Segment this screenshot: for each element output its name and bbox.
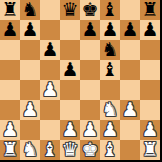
piece-white-knight[interactable]: ♞ — [101, 100, 118, 119]
piece-black-knight[interactable]: ♞ — [21, 0, 38, 19]
piece-white-pawn[interactable]: ♟ — [121, 100, 138, 119]
square-g5[interactable] — [120, 60, 140, 80]
piece-black-knight[interactable]: ♞ — [101, 40, 118, 59]
square-g4[interactable] — [120, 80, 140, 100]
piece-white-pawn[interactable]: ♟ — [81, 120, 98, 139]
square-b8[interactable]: ♞ — [20, 0, 40, 20]
chess-board-frame: ♜♞♛♚♝♜♟♟♟♟♟♟♟♞♟♝♟♟♞♟♟♟♟♟♟♜♞♝♛♚♝♜ — [0, 0, 162, 162]
square-c6[interactable]: ♟ — [40, 40, 60, 60]
piece-white-pawn[interactable]: ♟ — [101, 120, 118, 139]
square-b2[interactable] — [20, 120, 40, 140]
square-g2[interactable] — [120, 120, 140, 140]
square-a3[interactable] — [0, 100, 20, 120]
square-g1[interactable] — [120, 140, 140, 160]
piece-black-pawn[interactable]: ♟ — [61, 60, 78, 79]
square-e5[interactable] — [80, 60, 100, 80]
square-f6[interactable]: ♞ — [100, 40, 120, 60]
square-d1[interactable]: ♛ — [60, 140, 80, 160]
chess-board: ♜♞♛♚♝♜♟♟♟♟♟♟♟♞♟♝♟♟♞♟♟♟♟♟♟♜♞♝♛♚♝♜ — [0, 0, 160, 160]
square-b4[interactable] — [20, 80, 40, 100]
square-f7[interactable]: ♟ — [100, 20, 120, 40]
piece-black-bishop[interactable]: ♝ — [101, 60, 118, 79]
square-h5[interactable] — [140, 60, 160, 80]
square-d4[interactable] — [60, 80, 80, 100]
piece-white-pawn[interactable]: ♟ — [21, 100, 38, 119]
piece-white-pawn[interactable]: ♟ — [61, 120, 78, 139]
square-a8[interactable]: ♜ — [0, 0, 20, 20]
square-c3[interactable] — [40, 100, 60, 120]
square-f3[interactable]: ♞ — [100, 100, 120, 120]
square-b1[interactable]: ♞ — [20, 140, 40, 160]
square-e7[interactable]: ♟ — [80, 20, 100, 40]
piece-black-rook[interactable]: ♜ — [141, 0, 158, 19]
square-f5[interactable]: ♝ — [100, 60, 120, 80]
piece-black-pawn[interactable]: ♟ — [21, 20, 38, 39]
square-a4[interactable] — [0, 80, 20, 100]
square-e6[interactable] — [80, 40, 100, 60]
square-d5[interactable]: ♟ — [60, 60, 80, 80]
piece-white-bishop[interactable]: ♝ — [41, 140, 58, 159]
piece-white-pawn[interactable]: ♟ — [41, 80, 58, 99]
square-g6[interactable] — [120, 40, 140, 60]
square-f8[interactable]: ♝ — [100, 0, 120, 20]
square-h7[interactable]: ♟ — [140, 20, 160, 40]
square-d2[interactable]: ♟ — [60, 120, 80, 140]
piece-white-rook[interactable]: ♜ — [1, 140, 18, 159]
square-d7[interactable] — [60, 20, 80, 40]
piece-black-queen[interactable]: ♛ — [61, 0, 78, 19]
square-c8[interactable] — [40, 0, 60, 20]
square-c5[interactable] — [40, 60, 60, 80]
piece-black-pawn[interactable]: ♟ — [121, 20, 138, 39]
piece-black-pawn[interactable]: ♟ — [81, 20, 98, 39]
square-a5[interactable] — [0, 60, 20, 80]
piece-black-king[interactable]: ♚ — [81, 0, 98, 19]
square-d3[interactable] — [60, 100, 80, 120]
piece-white-knight[interactable]: ♞ — [21, 140, 38, 159]
square-b3[interactable]: ♟ — [20, 100, 40, 120]
square-c4[interactable]: ♟ — [40, 80, 60, 100]
square-f4[interactable] — [100, 80, 120, 100]
square-g3[interactable]: ♟ — [120, 100, 140, 120]
square-a7[interactable]: ♟ — [0, 20, 20, 40]
square-b6[interactable] — [20, 40, 40, 60]
piece-white-queen[interactable]: ♛ — [61, 140, 78, 159]
square-f2[interactable]: ♟ — [100, 120, 120, 140]
piece-black-bishop[interactable]: ♝ — [101, 0, 118, 19]
square-h4[interactable] — [140, 80, 160, 100]
square-h2[interactable]: ♟ — [140, 120, 160, 140]
piece-black-pawn[interactable]: ♟ — [41, 40, 58, 59]
piece-black-rook[interactable]: ♜ — [1, 0, 18, 19]
square-d8[interactable]: ♛ — [60, 0, 80, 20]
square-f1[interactable]: ♝ — [100, 140, 120, 160]
piece-white-pawn[interactable]: ♟ — [1, 120, 18, 139]
piece-white-rook[interactable]: ♜ — [141, 140, 158, 159]
piece-black-pawn[interactable]: ♟ — [1, 20, 18, 39]
square-a6[interactable] — [0, 40, 20, 60]
square-g8[interactable] — [120, 0, 140, 20]
square-b7[interactable]: ♟ — [20, 20, 40, 40]
square-e4[interactable] — [80, 80, 100, 100]
piece-black-pawn[interactable]: ♟ — [141, 20, 158, 39]
square-g7[interactable]: ♟ — [120, 20, 140, 40]
square-e3[interactable] — [80, 100, 100, 120]
square-h1[interactable]: ♜ — [140, 140, 160, 160]
square-h6[interactable] — [140, 40, 160, 60]
square-h3[interactable] — [140, 100, 160, 120]
square-e1[interactable]: ♚ — [80, 140, 100, 160]
square-c1[interactable]: ♝ — [40, 140, 60, 160]
piece-white-king[interactable]: ♚ — [81, 140, 98, 159]
square-e2[interactable]: ♟ — [80, 120, 100, 140]
piece-white-bishop[interactable]: ♝ — [101, 140, 118, 159]
square-c7[interactable] — [40, 20, 60, 40]
piece-white-pawn[interactable]: ♟ — [141, 120, 158, 139]
square-e8[interactable]: ♚ — [80, 0, 100, 20]
square-a2[interactable]: ♟ — [0, 120, 20, 140]
square-b5[interactable] — [20, 60, 40, 80]
square-a1[interactable]: ♜ — [0, 140, 20, 160]
piece-black-pawn[interactable]: ♟ — [101, 20, 118, 39]
square-d6[interactable] — [60, 40, 80, 60]
square-c2[interactable] — [40, 120, 60, 140]
square-h8[interactable]: ♜ — [140, 0, 160, 20]
